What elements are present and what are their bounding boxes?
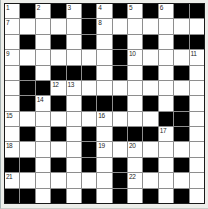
white-cell-r4c10[interactable]: [143, 50, 157, 64]
black-cell-r1c4: [51, 4, 65, 18]
black-cell-r7c6: [82, 96, 96, 110]
white-cell-r2c10[interactable]: [143, 19, 157, 33]
black-cell-r13c4: [51, 189, 65, 203]
white-cell-r8c13[interactable]: [190, 112, 204, 126]
white-cell-r6c7[interactable]: [97, 81, 111, 95]
black-cell-r11c2: [20, 158, 34, 172]
clue-number-18: 18: [6, 142, 12, 149]
black-cell-r5c10: [143, 66, 157, 80]
black-cell-r11c1: [5, 158, 19, 172]
white-cell-r8c7[interactable]: 16: [97, 112, 111, 126]
black-cell-r3c6: [82, 35, 96, 49]
black-cell-r2c6: [82, 19, 96, 33]
black-cell-r5c12: [174, 66, 188, 80]
black-cell-r3c4: [51, 35, 65, 49]
white-cell-r11c13[interactable]: [190, 158, 204, 172]
black-cell-r8c11: [159, 112, 173, 126]
black-cell-r11c4: [51, 158, 65, 172]
white-cell-r12c5[interactable]: [67, 173, 81, 187]
black-cell-r7c4: [51, 96, 65, 110]
white-cell-r10c4[interactable]: [51, 142, 65, 156]
white-cell-r6c1[interactable]: [5, 81, 19, 95]
white-cell-r11c7[interactable]: [97, 158, 111, 172]
white-cell-r8c3[interactable]: [36, 112, 50, 126]
white-cell-r3c9[interactable]: [128, 35, 142, 49]
black-cell-r6c2: [20, 81, 34, 95]
white-cell-r13c3[interactable]: [36, 189, 50, 203]
white-cell-r8c1[interactable]: 15: [5, 112, 19, 126]
black-cell-r7c12: [174, 96, 188, 110]
white-cell-r8c4[interactable]: [51, 112, 65, 126]
white-cell-r3c7[interactable]: [97, 35, 111, 49]
white-cell-r2c4[interactable]: [51, 19, 65, 33]
white-cell-r2c1[interactable]: 7: [5, 19, 19, 33]
white-cell-r6c11[interactable]: [159, 81, 173, 95]
clue-number-14: 14: [37, 96, 43, 103]
white-cell-r12c13[interactable]: [190, 173, 204, 187]
white-cell-r3c5[interactable]: [67, 35, 81, 49]
white-cell-r2c5[interactable]: [67, 19, 81, 33]
white-cell-r12c7[interactable]: [97, 173, 111, 187]
white-cell-r7c13[interactable]: [190, 96, 204, 110]
white-cell-r1c1[interactable]: 1: [5, 4, 19, 18]
white-cell-r7c11[interactable]: [159, 96, 173, 110]
white-cell-r10c13[interactable]: [190, 142, 204, 156]
black-cell-r5c6: [82, 66, 96, 80]
black-cell-r5c5: [67, 66, 81, 80]
white-cell-r12c12[interactable]: [174, 173, 188, 187]
white-cell-r3c1[interactable]: [5, 35, 19, 49]
white-cell-r5c3[interactable]: [36, 66, 50, 80]
black-cell-r9c10: [143, 127, 157, 141]
white-cell-r9c1[interactable]: [5, 127, 19, 141]
black-cell-r11c12: [174, 158, 188, 172]
black-cell-r9c9: [128, 127, 142, 141]
white-cell-r11c5[interactable]: [67, 158, 81, 172]
white-cell-r11c3[interactable]: [36, 158, 50, 172]
white-cell-r10c9[interactable]: 20: [128, 142, 142, 156]
clue-number-12: 12: [52, 81, 58, 88]
black-cell-r3c8: [113, 35, 127, 49]
white-cell-r4c1[interactable]: 9: [5, 50, 19, 64]
black-cell-r13c2: [20, 189, 34, 203]
clue-number-3: 3: [68, 4, 71, 11]
white-cell-r2c11[interactable]: [159, 19, 173, 33]
white-cell-r1c11[interactable]: 6: [159, 4, 173, 18]
white-cell-r4c6[interactable]: [82, 50, 96, 64]
white-cell-r9c13[interactable]: [190, 127, 204, 141]
white-cell-r12c3[interactable]: [36, 173, 50, 187]
white-cell-r7c5[interactable]: [67, 96, 81, 110]
clue-number-7: 7: [6, 19, 9, 26]
white-cell-r12c4[interactable]: [51, 173, 65, 187]
white-cell-r4c12[interactable]: [174, 50, 188, 64]
white-cell-r5c11[interactable]: [159, 66, 173, 80]
black-cell-r7c8: [113, 96, 127, 110]
white-cell-r13c11[interactable]: [159, 189, 173, 203]
white-cell-r13c5[interactable]: [67, 189, 81, 203]
white-cell-r13c13[interactable]: [190, 189, 204, 203]
white-cell-r12c11[interactable]: [159, 173, 173, 187]
white-cell-r4c2[interactable]: [20, 50, 34, 64]
clue-number-6: 6: [160, 4, 163, 11]
clue-number-9: 9: [6, 50, 9, 57]
black-cell-r6c3: [36, 81, 50, 95]
white-cell-r10c2[interactable]: [20, 142, 34, 156]
black-cell-r9c6: [82, 127, 96, 141]
black-cell-r9c8: [113, 127, 127, 141]
white-cell-r2c7[interactable]: 8: [97, 19, 111, 33]
black-cell-r11c6: [82, 158, 96, 172]
white-cell-r8c5[interactable]: [67, 112, 81, 126]
white-cell-r3c3[interactable]: [36, 35, 50, 49]
black-cell-r3c2: [20, 35, 34, 49]
white-cell-r6c5[interactable]: 13: [67, 81, 81, 95]
black-cell-r12c8: [113, 173, 127, 187]
black-cell-r5c8: [113, 66, 127, 80]
black-cell-r8c12: [174, 112, 188, 126]
white-cell-r10c1[interactable]: 18: [5, 142, 19, 156]
white-cell-r7c1[interactable]: [5, 96, 19, 110]
clue-number-5: 5: [129, 4, 132, 11]
white-cell-r10c12[interactable]: [174, 142, 188, 156]
clue-number-21: 21: [6, 173, 12, 180]
white-cell-r10c10[interactable]: [143, 142, 157, 156]
white-cell-r9c11[interactable]: 17: [159, 127, 173, 141]
white-cell-r12c6[interactable]: [82, 173, 96, 187]
white-cell-r6c8[interactable]: [113, 81, 127, 95]
white-cell-r3c11[interactable]: [159, 35, 173, 49]
white-cell-r4c13[interactable]: 11: [190, 50, 204, 64]
black-cell-r1c2: [20, 4, 34, 18]
black-cell-r13c8: [113, 189, 127, 203]
white-cell-r6c10[interactable]: [143, 81, 157, 95]
clue-number-20: 20: [129, 142, 135, 149]
black-cell-r5c4: [51, 66, 65, 80]
black-cell-r11c10: [143, 158, 157, 172]
white-cell-r4c3[interactable]: [36, 50, 50, 64]
black-cell-r7c10: [143, 96, 157, 110]
white-cell-r10c5[interactable]: [67, 142, 81, 156]
white-cell-r1c9[interactable]: 5: [128, 4, 142, 18]
white-cell-r12c10[interactable]: [143, 173, 157, 187]
white-cell-r6c13[interactable]: [190, 81, 204, 95]
white-cell-r12c2[interactable]: [20, 173, 34, 187]
black-cell-r3c10: [143, 35, 157, 49]
black-cell-r13c1: [5, 189, 19, 203]
white-cell-r4c11[interactable]: [159, 50, 173, 64]
white-cell-r4c7[interactable]: [97, 50, 111, 64]
white-cell-r9c5[interactable]: [67, 127, 81, 141]
white-cell-r4c9[interactable]: 10: [128, 50, 142, 64]
black-cell-r7c7: [97, 96, 111, 110]
crossword-screenshot: 12345678910111213141516171819202122: [0, 0, 208, 209]
black-cell-r9c2: [20, 127, 34, 141]
black-cell-r3c13: [190, 35, 204, 49]
clue-number-13: 13: [68, 81, 74, 88]
black-cell-r5c2: [20, 66, 34, 80]
white-cell-r11c11[interactable]: [159, 158, 173, 172]
clue-number-16: 16: [98, 112, 104, 119]
clue-number-4: 4: [98, 4, 101, 11]
white-cell-r6c4[interactable]: 12: [51, 81, 65, 95]
white-cell-r13c7[interactable]: [97, 189, 111, 203]
black-cell-r13c10: [143, 189, 157, 203]
white-cell-r11c9[interactable]: [128, 158, 142, 172]
white-cell-r2c2[interactable]: [20, 19, 34, 33]
white-cell-r8c6[interactable]: [82, 112, 96, 126]
white-cell-r5c9[interactable]: [128, 66, 142, 80]
black-cell-r1c12: [174, 4, 188, 18]
white-cell-r2c3[interactable]: [36, 19, 50, 33]
black-cell-r1c8: [113, 4, 127, 18]
black-cell-r13c12: [174, 189, 188, 203]
clue-number-11: 11: [191, 50, 197, 57]
white-cell-r4c4[interactable]: [51, 50, 65, 64]
black-cell-r3c12: [174, 35, 188, 49]
white-cell-r7c3[interactable]: 14: [36, 96, 50, 110]
clue-number-22: 22: [129, 173, 135, 180]
clue-number-15: 15: [6, 112, 12, 119]
white-cell-r8c8[interactable]: [113, 112, 127, 126]
black-cell-r13c6: [82, 189, 96, 203]
black-cell-r11c8: [113, 158, 127, 172]
clue-number-10: 10: [129, 50, 135, 57]
white-cell-r9c7[interactable]: [97, 127, 111, 141]
white-cell-r10c7[interactable]: 19: [97, 142, 111, 156]
black-cell-r1c6: [82, 4, 96, 18]
white-cell-r8c10[interactable]: [143, 112, 157, 126]
white-cell-r1c3[interactable]: 2: [36, 4, 50, 18]
white-cell-r1c5[interactable]: 3: [67, 4, 81, 18]
clue-number-19: 19: [98, 142, 104, 149]
crossword-grid: 12345678910111213141516171819202122: [4, 3, 205, 204]
white-cell-r6c12[interactable]: [174, 81, 188, 95]
white-cell-r8c2[interactable]: [20, 112, 34, 126]
black-cell-r1c10: [143, 4, 157, 18]
white-cell-r10c3[interactable]: [36, 142, 50, 156]
white-cell-r6c9[interactable]: [128, 81, 142, 95]
black-cell-r9c12: [174, 127, 188, 141]
black-cell-r4c8: [113, 50, 127, 64]
white-cell-r2c8[interactable]: [113, 19, 127, 33]
white-cell-r10c8[interactable]: [113, 142, 127, 156]
black-cell-r1c13: [190, 4, 204, 18]
white-cell-r5c7[interactable]: [97, 66, 111, 80]
clue-number-8: 8: [98, 19, 101, 26]
white-cell-r2c9[interactable]: [128, 19, 142, 33]
white-cell-r6c6[interactable]: [82, 81, 96, 95]
white-cell-r2c13[interactable]: [190, 19, 204, 33]
black-cell-r7c2: [20, 96, 34, 110]
white-cell-r13c9[interactable]: [128, 189, 142, 203]
white-cell-r12c1[interactable]: 21: [5, 173, 19, 187]
black-cell-r9c4: [51, 127, 65, 141]
white-cell-r8c9[interactable]: [128, 112, 142, 126]
white-cell-r7c9[interactable]: [128, 96, 142, 110]
white-cell-r9c3[interactable]: [36, 127, 50, 141]
clue-number-17: 17: [160, 127, 166, 134]
white-cell-r10c11[interactable]: [159, 142, 173, 156]
clue-number-1: 1: [6, 4, 9, 11]
white-cell-r2c12[interactable]: [174, 19, 188, 33]
clue-number-2: 2: [37, 4, 40, 11]
white-cell-r4c5[interactable]: [67, 50, 81, 64]
white-cell-r5c13[interactable]: [190, 66, 204, 80]
white-cell-r1c7[interactable]: 4: [97, 4, 111, 18]
black-cell-r10c6: [82, 142, 96, 156]
white-cell-r12c9[interactable]: 22: [128, 173, 142, 187]
white-cell-r5c1[interactable]: [5, 66, 19, 80]
